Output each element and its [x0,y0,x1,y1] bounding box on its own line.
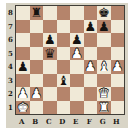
white-pawn-piece: ♟ [84,60,96,73]
rank-label-5: 5 [6,47,15,61]
square-b2: ♟ [30,87,44,101]
square-e2 [70,87,84,101]
file-label-c: C [42,115,56,127]
black-pawn-piece: ♟ [71,33,83,46]
file-label-d: D [56,115,70,127]
square-d6 [57,33,71,47]
white-pawn-piece: ♟ [17,87,29,100]
square-d7 [57,20,71,34]
white-king-piece: ♚ [17,100,29,113]
square-d5 [57,47,71,61]
black-pawn-piece: ♟ [44,33,56,46]
square-f7: ♟ [84,20,98,34]
square-b5 [30,47,44,61]
black-queen-piece: ♛ [44,46,56,59]
square-a4: ♟ [16,60,30,74]
square-b8: ♜ [30,6,44,20]
square-g7: ♟ [97,20,111,34]
corner-spacer [6,115,15,127]
white-bishop-piece: ♝ [98,60,110,73]
square-c5: ♛ [43,47,57,61]
white-rook-piece: ♜ [98,100,110,113]
chess-diagram-screenshot: 87654321 ♜♚♟♟♟♟♛♟♟♟♝♟♝♟♟♛♚♜ ABCDEFGH [0,0,137,133]
square-a8 [16,6,30,20]
square-b1 [30,101,44,115]
black-pawn-piece: ♟ [17,60,29,73]
rank-label-1: 1 [6,101,15,115]
square-g1: ♜ [97,101,111,115]
file-label-b: B [29,115,43,127]
square-b4 [30,60,44,74]
square-h4: ♟ [111,60,125,74]
square-a1: ♚ [16,101,30,115]
black-pawn-piece: ♟ [84,19,96,32]
square-c8 [43,6,57,20]
rank-label-3: 3 [6,74,15,88]
black-pawn-piece: ♟ [98,19,110,32]
square-h3 [111,74,125,88]
square-g4: ♝ [97,60,111,74]
file-label-g: G [96,115,110,127]
square-e4 [70,60,84,74]
rank-label-2: 2 [6,87,15,101]
square-c3 [43,74,57,88]
square-h1 [111,101,125,115]
square-e1 [70,101,84,115]
square-f2 [84,87,98,101]
rank-label-4: 4 [6,60,15,74]
black-rook-piece: ♜ [30,6,42,19]
white-pawn-piece: ♟ [111,60,123,73]
square-f6 [84,33,98,47]
square-c1 [43,101,57,115]
square-b7 [30,20,44,34]
square-d1 [57,101,71,115]
chessboard-diagram: 87654321 ♜♚♟♟♟♟♛♟♟♟♝♟♝♟♟♛♚♜ ABCDEFGH [6,3,128,128]
square-c4 [43,60,57,74]
square-c2 [43,87,57,101]
white-queen-piece: ♛ [98,87,110,100]
square-h7 [111,20,125,34]
rank-label-7: 7 [6,20,15,34]
board: ♜♚♟♟♟♟♛♟♟♟♝♟♝♟♟♛♚♜ [15,5,125,115]
rank-labels: 87654321 [6,6,15,115]
square-h8 [111,6,125,20]
rank-label-6: 6 [6,33,15,47]
square-e8 [70,6,84,20]
square-f3 [84,74,98,88]
square-a6 [16,33,30,47]
square-f4: ♟ [84,60,98,74]
black-king-piece: ♚ [98,6,110,19]
square-b6 [30,33,44,47]
file-label-f: F [83,115,97,127]
square-g6 [97,33,111,47]
square-e3 [70,74,84,88]
file-label-e: E [69,115,83,127]
file-labels: ABCDEFGH [15,115,125,127]
black-bishop-piece: ♝ [57,73,69,86]
white-pawn-piece: ♟ [71,46,83,59]
square-e5: ♟ [70,47,84,61]
file-label-h: H [110,115,124,127]
square-h2 [111,87,125,101]
square-d2 [57,87,71,101]
square-d8 [57,6,71,20]
square-f1 [84,101,98,115]
white-pawn-piece: ♟ [30,87,42,100]
square-h6 [111,33,125,47]
square-a7 [16,20,30,34]
file-label-a: A [15,115,29,127]
square-d3: ♝ [57,74,71,88]
rank-label-8: 8 [6,6,15,20]
